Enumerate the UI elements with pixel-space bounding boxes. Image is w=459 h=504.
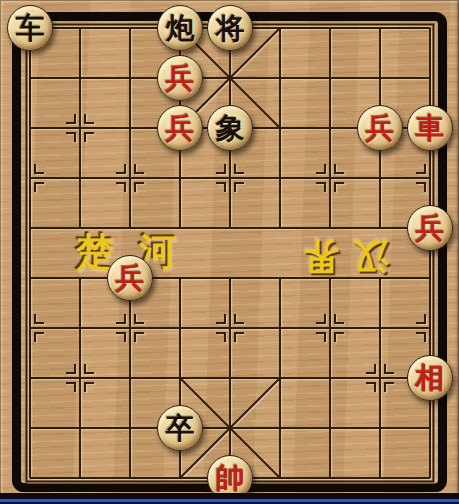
piece-glyph: 将 bbox=[216, 14, 245, 43]
river-label-hanjie: 汉界 bbox=[289, 236, 389, 276]
piece-glyph: 象 bbox=[216, 114, 245, 143]
piece-glyph: 帥 bbox=[216, 464, 245, 493]
piece-glyph: 兵 bbox=[166, 114, 195, 143]
piece-black-elephant[interactable]: 象 bbox=[207, 105, 253, 151]
piece-red-soldier-2[interactable]: 兵 bbox=[157, 105, 203, 151]
piece-red-elephant[interactable]: 相 bbox=[407, 355, 453, 401]
piece-red-soldier-5[interactable]: 兵 bbox=[107, 255, 153, 301]
piece-red-soldier-1[interactable]: 兵 bbox=[157, 55, 203, 101]
piece-glyph: 兵 bbox=[116, 264, 145, 293]
piece-black-soldier[interactable]: 卒 bbox=[157, 405, 203, 451]
piece-black-general[interactable]: 将 bbox=[207, 5, 253, 51]
xiangqi-board[interactable]: 楚河 汉界 车炮将兵兵象兵車兵兵相卒帥 bbox=[0, 0, 459, 504]
piece-glyph: 相 bbox=[416, 364, 445, 393]
piece-glyph: 卒 bbox=[166, 414, 195, 443]
piece-red-chariot[interactable]: 車 bbox=[407, 105, 453, 151]
board-grid bbox=[0, 0, 459, 504]
piece-glyph: 兵 bbox=[366, 114, 395, 143]
piece-glyph: 炮 bbox=[166, 14, 195, 43]
xiangqi-app: 楚河 汉界 车炮将兵兵象兵車兵兵相卒帥 bbox=[0, 0, 459, 504]
piece-black-cannon[interactable]: 炮 bbox=[157, 5, 203, 51]
piece-glyph: 车 bbox=[16, 14, 45, 43]
piece-glyph: 兵 bbox=[416, 214, 445, 243]
piece-glyph: 兵 bbox=[166, 64, 195, 93]
piece-glyph: 車 bbox=[416, 114, 445, 143]
window-bottom-border bbox=[0, 493, 459, 504]
piece-black-chariot[interactable]: 车 bbox=[7, 5, 53, 51]
piece-red-soldier-3[interactable]: 兵 bbox=[357, 105, 403, 151]
piece-red-soldier-4[interactable]: 兵 bbox=[407, 205, 453, 251]
